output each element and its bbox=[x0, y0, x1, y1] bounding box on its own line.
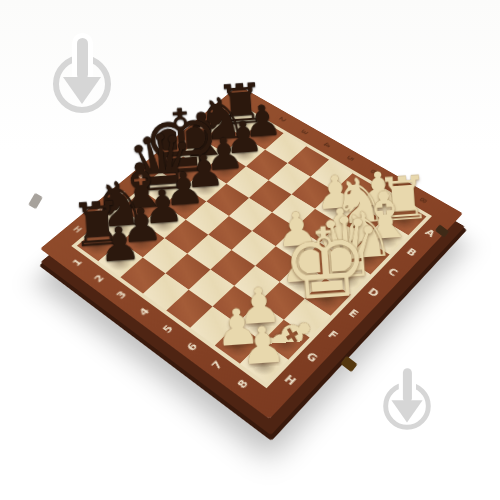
watermark-tri bbox=[63, 77, 101, 104]
watermark-stem bbox=[77, 38, 88, 80]
coord-label-text: 4 bbox=[136, 305, 151, 317]
board-grid: ♜♟♟♜♞♟♟♞♝♝♟♟♞♚♟♟♛♛♟♟♚♝♟♞♟♟♝♜♟♟♟ bbox=[77, 108, 426, 382]
coord-label-text: 2 bbox=[91, 272, 106, 284]
coord-label-text: 1 bbox=[70, 257, 85, 268]
coord-label-text: C bbox=[386, 266, 401, 279]
coord-label-text: 3 bbox=[114, 289, 129, 301]
coord-label-text: 8 bbox=[234, 377, 251, 391]
coord-label-text: B bbox=[405, 246, 420, 258]
coord-label-text: 5 bbox=[344, 154, 355, 162]
board-inner-border: ♜♟♟♜♞♟♟♞♝♝♟♟♞♚♟♟♛♛♟♟♚♝♟♞♟♟♝♜♟♟♟ bbox=[71, 105, 432, 389]
black-pawn-glyph: ♟ bbox=[97, 219, 142, 268]
square-h8: ♟ bbox=[240, 341, 288, 382]
watermark-stem bbox=[403, 368, 412, 402]
coord-label-text: 3 bbox=[299, 128, 310, 135]
white-pawn-glyph: ♟ bbox=[238, 318, 287, 372]
coord-label-text: G bbox=[304, 350, 321, 365]
clasp-hinge-1 bbox=[28, 193, 43, 210]
coord-label-text: 7 bbox=[209, 358, 225, 371]
chess-board: ♜♟♟♜♞♟♟♞♝♝♟♟♞♚♟♟♛♛♟♟♚♝♟♞♟♟♝♜♟♟♟ 11223344… bbox=[40, 85, 463, 419]
coord-label-text: E bbox=[346, 307, 361, 320]
square-h4 bbox=[143, 273, 189, 310]
watermark-tri bbox=[391, 400, 422, 422]
coord-label-text: 6 bbox=[184, 340, 200, 353]
product-photo-scene: ♜♟♟♜♞♟♟♞♝♝♟♟♞♚♟♟♛♛♟♟♚♝♟♞♟♟♝♜♟♟♟ 11223344… bbox=[0, 0, 500, 500]
coord-label-text: 5 bbox=[160, 323, 176, 336]
square-f4 bbox=[187, 235, 231, 270]
coord-label-text: 4 bbox=[321, 141, 332, 149]
clasp-hinge-2 bbox=[340, 356, 357, 372]
coord-label-text: H bbox=[282, 372, 299, 387]
